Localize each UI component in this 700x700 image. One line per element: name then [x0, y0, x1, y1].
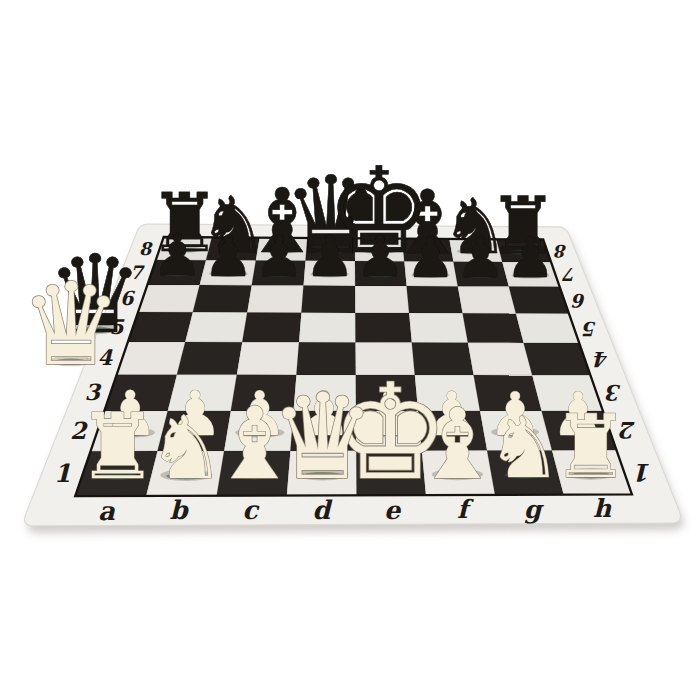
rank-label-left-1: 1: [54, 459, 71, 488]
square-d5[interactable]: [299, 313, 356, 343]
square-e6[interactable]: [355, 286, 409, 313]
piece-glyph: ♜: [77, 394, 158, 499]
rank-label-right-4: 4: [594, 347, 609, 371]
piece-white-rook-h1[interactable]: ♜: [552, 396, 630, 498]
piece-black-pawn-f7[interactable]: ♟: [405, 225, 455, 290]
piece-white-knight-b1[interactable]: ♞: [147, 397, 225, 498]
piece-glyph: ♟: [304, 224, 355, 289]
square-f6[interactable]: [407, 286, 463, 313]
piece-black-pawn-b7[interactable]: ♟: [203, 223, 254, 289]
rank-label-right-6: 6: [571, 290, 586, 311]
piece-black-pawn-c7[interactable]: ♟: [254, 223, 305, 289]
file-label-a: a: [98, 496, 116, 526]
square-a6[interactable]: [138, 285, 200, 312]
square-b5[interactable]: [185, 312, 247, 342]
piece-glyph: ♟: [456, 225, 506, 290]
spare-white-queen[interactable]: ♛: [20, 258, 122, 391]
chessboard: abcdefgh8765432187654321♜♞♝♛♚♝♞♜♟♟♟♟♟♟♟♟…: [0, 0, 700, 700]
chess-set-photo: abcdefgh8765432187654321♜♞♝♛♚♝♞♜♟♟♟♟♟♟♟♟…: [0, 0, 700, 700]
square-c6[interactable]: [247, 285, 303, 312]
piece-black-pawn-a7[interactable]: ♟: [152, 222, 203, 288]
square-g5[interactable]: [463, 313, 524, 343]
file-label-h: h: [593, 494, 612, 523]
piece-black-pawn-d7[interactable]: ♟: [304, 224, 355, 289]
square-b4[interactable]: [177, 342, 242, 375]
rank-label-right-1: 1: [636, 458, 653, 486]
rank-label-right-5: 5: [582, 317, 597, 340]
piece-glyph: ♟: [405, 225, 455, 290]
piece-white-rook-a1[interactable]: ♜: [77, 394, 158, 499]
square-e5[interactable]: [355, 313, 412, 343]
square-g6[interactable]: [458, 286, 516, 313]
piece-glyph: ♟: [254, 223, 305, 289]
piece-glyph: ♟: [505, 225, 555, 290]
piece-black-pawn-h7[interactable]: ♟: [505, 225, 555, 290]
square-f5[interactable]: [409, 313, 468, 343]
file-label-b: b: [169, 495, 189, 525]
square-d6[interactable]: [301, 286, 355, 313]
piece-glyph: ♞: [147, 397, 225, 498]
piece-glyph: ♜: [552, 396, 630, 498]
piece-glyph: ♟: [355, 224, 405, 289]
piece-glyph: ♟: [152, 222, 203, 288]
square-b6[interactable]: [193, 285, 252, 312]
piece-black-pawn-g7[interactable]: ♟: [456, 225, 506, 290]
square-c5[interactable]: [242, 313, 301, 343]
piece-glyph: ♛: [20, 258, 122, 391]
square-g4[interactable]: [468, 343, 532, 376]
piece-glyph: ♟: [203, 223, 254, 289]
piece-black-pawn-e7[interactable]: ♟: [355, 224, 405, 289]
